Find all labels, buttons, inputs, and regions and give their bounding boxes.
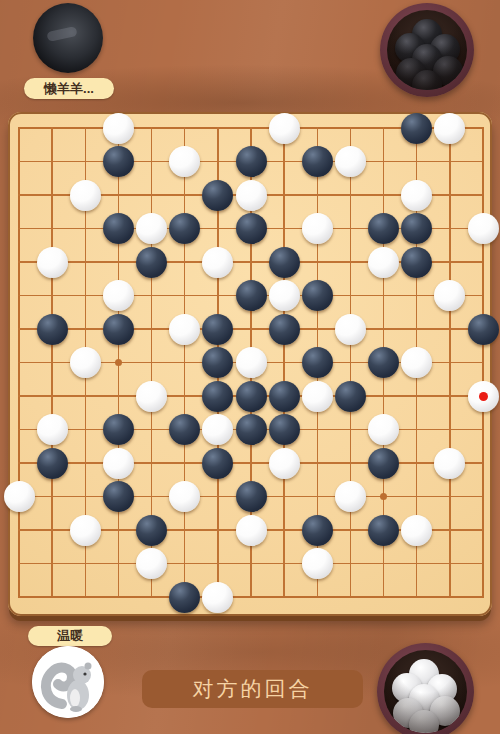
black-stone	[236, 381, 267, 412]
white-stone	[37, 247, 68, 278]
black-stone	[202, 347, 233, 378]
white-stone	[70, 347, 101, 378]
black-stone	[202, 448, 233, 479]
white-stone	[302, 381, 333, 412]
black-stone	[169, 213, 200, 244]
black-stone	[136, 247, 167, 278]
white-stone	[468, 213, 499, 244]
white-stone	[434, 280, 465, 311]
squirrel-icon	[32, 646, 104, 718]
white-stone	[269, 113, 300, 144]
white-stone	[202, 582, 233, 613]
white-stone	[236, 347, 267, 378]
black-stone	[302, 515, 333, 546]
black-stone	[269, 414, 300, 445]
turn-banner: 对方的回合	[142, 670, 363, 708]
go-board[interactable]	[8, 112, 492, 616]
white-stone	[401, 180, 432, 211]
avatar-photo-highlight	[46, 26, 77, 42]
black-stone	[368, 213, 399, 244]
white-stone	[236, 515, 267, 546]
white-stone	[202, 247, 233, 278]
grid-line-horizontal	[18, 596, 485, 599]
white-stone	[136, 213, 167, 244]
black-stone	[368, 347, 399, 378]
black-stone	[368, 448, 399, 479]
black-stone	[401, 113, 432, 144]
black-stone	[103, 146, 134, 177]
last-move-marker	[479, 392, 488, 401]
black-stone	[37, 448, 68, 479]
white-stone	[169, 314, 200, 345]
opponent-name-pill: 懒羊羊...	[24, 78, 114, 99]
white-stone	[335, 481, 366, 512]
opponent-name: 懒羊羊...	[44, 80, 94, 98]
player-avatar[interactable]	[32, 646, 104, 718]
white-stone	[368, 414, 399, 445]
black-stone	[401, 247, 432, 278]
player-name: 温暖	[57, 627, 83, 645]
grid-line-vertical	[449, 127, 450, 599]
black-stone	[236, 481, 267, 512]
black-stone	[236, 146, 267, 177]
white-stone	[335, 146, 366, 177]
white-stone-bowl-inner	[384, 650, 467, 733]
white-stone	[136, 548, 167, 579]
white-stone	[4, 481, 35, 512]
white-stone	[236, 180, 267, 211]
black-stone	[236, 280, 267, 311]
black-stone	[368, 515, 399, 546]
white-stone	[434, 113, 465, 144]
white-stone-bowl	[377, 643, 474, 734]
black-stone	[236, 213, 267, 244]
black-stone	[202, 180, 233, 211]
turn-banner-text: 对方的回合	[193, 675, 313, 703]
white-stone	[169, 481, 200, 512]
white-stone	[302, 213, 333, 244]
black-stone	[302, 280, 333, 311]
white-stone	[269, 448, 300, 479]
grid-line-vertical	[350, 127, 351, 599]
white-stone	[70, 515, 101, 546]
white-stone	[103, 113, 134, 144]
white-stone	[37, 414, 68, 445]
black-stone-bowl	[380, 3, 474, 97]
black-stone	[103, 414, 134, 445]
black-stone	[103, 481, 134, 512]
white-stone	[434, 448, 465, 479]
grid-line-horizontal	[18, 462, 485, 463]
white-stone	[103, 280, 134, 311]
grid-line-horizontal	[18, 563, 485, 564]
white-stone	[103, 448, 134, 479]
black-stone	[302, 146, 333, 177]
black-stone	[335, 381, 366, 412]
black-stone	[269, 314, 300, 345]
black-stone	[269, 247, 300, 278]
black-stone	[468, 314, 499, 345]
black-stone	[103, 213, 134, 244]
black-stone	[202, 381, 233, 412]
white-stone	[202, 414, 233, 445]
white-stone	[368, 247, 399, 278]
white-stone	[136, 381, 167, 412]
white-stone	[169, 146, 200, 177]
black-stone	[269, 381, 300, 412]
black-stone	[136, 515, 167, 546]
black-stone	[236, 414, 267, 445]
opponent-avatar[interactable]	[33, 3, 103, 73]
black-stone	[202, 314, 233, 345]
white-stone	[70, 180, 101, 211]
white-bowl-stone	[409, 710, 439, 733]
star-point	[115, 359, 122, 366]
black-stone	[302, 347, 333, 378]
grid-line-vertical	[482, 127, 485, 599]
black-stone	[103, 314, 134, 345]
white-stone	[401, 347, 432, 378]
white-stone	[302, 548, 333, 579]
black-stone	[37, 314, 68, 345]
black-stone-bowl-inner	[387, 10, 467, 90]
game-screen: 懒羊羊... 温暖 对方的回合	[0, 0, 500, 734]
white-stone	[269, 280, 300, 311]
white-stone	[335, 314, 366, 345]
black-stone	[169, 414, 200, 445]
star-point	[380, 493, 387, 500]
black-stone	[401, 213, 432, 244]
white-stone	[401, 515, 432, 546]
black-stone	[169, 582, 200, 613]
grid-line-vertical	[283, 127, 284, 599]
player-name-pill: 温暖	[28, 626, 112, 646]
